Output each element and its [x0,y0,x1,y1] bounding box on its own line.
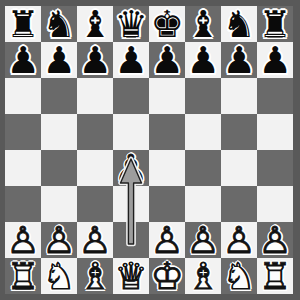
square-e4[interactable] [149,150,185,186]
piece-black-bishop[interactable]: ♝ [185,6,221,42]
piece-white-pawn[interactable]: ♟♙ [5,222,41,258]
black-piece-glyph: ♟ [77,42,113,78]
black-piece-glyph: ♞ [221,6,257,42]
white-piece-line-glyph: ♙ [149,222,185,258]
black-piece-glyph: ♛ [113,6,149,42]
square-h2[interactable]: ♟♙ [257,222,293,258]
piece-black-knight[interactable]: ♞ [221,6,257,42]
square-a5[interactable] [5,114,41,150]
square-a7[interactable]: ♟ [5,42,41,78]
piece-white-pawn[interactable]: ♟♙ [149,222,185,258]
square-c2[interactable]: ♟♙ [77,222,113,258]
square-a2[interactable]: ♟♙ [5,222,41,258]
square-f8[interactable]: ♝ [185,6,221,42]
piece-black-pawn[interactable]: ♟ [5,42,41,78]
square-g3[interactable] [221,186,257,222]
square-g2[interactable]: ♟♙ [221,222,257,258]
square-f6[interactable] [185,78,221,114]
square-c4[interactable] [77,150,113,186]
square-b8[interactable]: ♞ [41,6,77,42]
square-h8[interactable]: ♜ [257,6,293,42]
square-c1[interactable]: ♝♗ [77,258,113,294]
white-piece-line-glyph: ♘ [41,258,77,294]
square-d1[interactable]: ♛♕ [113,258,149,294]
square-b2[interactable]: ♟♙ [41,222,77,258]
black-piece-glyph: ♟ [257,42,293,78]
square-h6[interactable] [257,78,293,114]
piece-white-pawn[interactable]: ♟♙ [41,222,77,258]
white-piece-line-glyph: ♖ [5,258,41,294]
black-piece-glyph: ♟ [113,42,149,78]
piece-white-rook[interactable]: ♜♖ [257,258,293,294]
piece-black-pawn[interactable]: ♟ [41,42,77,78]
square-d6[interactable] [113,78,149,114]
black-piece-glyph: ♟ [185,42,221,78]
black-piece-glyph: ♟ [221,42,257,78]
piece-black-pawn[interactable]: ♟ [149,42,185,78]
square-d7[interactable]: ♟ [113,42,149,78]
white-piece-line-glyph: ♔ [149,258,185,294]
piece-white-knight[interactable]: ♞♘ [221,258,257,294]
piece-white-queen[interactable]: ♛♕ [113,258,149,294]
white-piece-line-glyph: ♙ [113,150,149,186]
square-f2[interactable]: ♟♙ [185,222,221,258]
square-e1[interactable]: ♚♔ [149,258,185,294]
square-e3[interactable] [149,186,185,222]
piece-white-knight[interactable]: ♞♘ [41,258,77,294]
app-background: ♜♞♝♛♚♝♞♜♟♟♟♟♟♟♟♟♟♙♟♙♟♙♟♙♟♙♟♙♟♙♟♙♜♖♞♘♝♗♛♕… [0,0,300,300]
white-piece-line-glyph: ♙ [5,222,41,258]
piece-white-king[interactable]: ♚♔ [149,258,185,294]
square-g1[interactable]: ♞♘ [221,258,257,294]
black-piece-glyph: ♟ [149,42,185,78]
piece-black-pawn[interactable]: ♟ [77,42,113,78]
piece-black-bishop[interactable]: ♝ [77,6,113,42]
piece-white-pawn[interactable]: ♟♙ [113,150,149,186]
black-piece-glyph: ♜ [257,6,293,42]
white-piece-line-glyph: ♙ [41,222,77,258]
square-e8[interactable]: ♚ [149,6,185,42]
piece-black-pawn[interactable]: ♟ [257,42,293,78]
square-b7[interactable]: ♟ [41,42,77,78]
white-piece-line-glyph: ♗ [77,258,113,294]
white-piece-line-glyph: ♙ [257,222,293,258]
square-g7[interactable]: ♟ [221,42,257,78]
square-a6[interactable] [5,78,41,114]
piece-black-king[interactable]: ♚ [149,6,185,42]
black-piece-glyph: ♜ [5,6,41,42]
piece-white-pawn[interactable]: ♟♙ [77,222,113,258]
square-a3[interactable] [5,186,41,222]
piece-black-pawn[interactable]: ♟ [113,42,149,78]
black-piece-glyph: ♚ [149,6,185,42]
square-d2[interactable] [113,222,149,258]
square-e2[interactable]: ♟♙ [149,222,185,258]
piece-black-knight[interactable]: ♞ [41,6,77,42]
square-e5[interactable] [149,114,185,150]
square-b1[interactable]: ♞♘ [41,258,77,294]
piece-black-pawn[interactable]: ♟ [221,42,257,78]
square-d5[interactable] [113,114,149,150]
square-e7[interactable]: ♟ [149,42,185,78]
square-b4[interactable] [41,150,77,186]
square-g4[interactable] [221,150,257,186]
square-e6[interactable] [149,78,185,114]
square-a1[interactable]: ♜♖ [5,258,41,294]
square-a4[interactable] [5,150,41,186]
piece-white-pawn[interactable]: ♟♙ [257,222,293,258]
square-f5[interactable] [185,114,221,150]
piece-black-queen[interactable]: ♛ [113,6,149,42]
piece-white-bishop[interactable]: ♝♗ [77,258,113,294]
square-b3[interactable] [41,186,77,222]
square-f3[interactable] [185,186,221,222]
black-piece-glyph: ♟ [5,42,41,78]
black-piece-glyph: ♟ [41,42,77,78]
square-b5[interactable] [41,114,77,150]
square-g8[interactable]: ♞ [221,6,257,42]
square-h4[interactable] [257,150,293,186]
square-g5[interactable] [221,114,257,150]
piece-black-rook[interactable]: ♜ [5,6,41,42]
square-d3[interactable] [113,186,149,222]
square-f7[interactable]: ♟ [185,42,221,78]
black-piece-glyph: ♝ [185,6,221,42]
white-piece-line-glyph: ♙ [221,222,257,258]
white-piece-line-glyph: ♕ [113,258,149,294]
square-c5[interactable] [77,114,113,150]
square-h7[interactable]: ♟ [257,42,293,78]
square-f1[interactable]: ♝♗ [185,258,221,294]
square-f4[interactable] [185,150,221,186]
square-a8[interactable]: ♜ [5,6,41,42]
piece-white-pawn[interactable]: ♟♙ [185,222,221,258]
square-h5[interactable] [257,114,293,150]
square-b6[interactable] [41,78,77,114]
white-piece-line-glyph: ♗ [185,258,221,294]
piece-black-rook[interactable]: ♜ [257,6,293,42]
piece-white-bishop[interactable]: ♝♗ [185,258,221,294]
square-g6[interactable] [221,78,257,114]
square-c6[interactable] [77,78,113,114]
piece-white-rook[interactable]: ♜♖ [5,258,41,294]
white-piece-line-glyph: ♖ [257,258,293,294]
square-c3[interactable] [77,186,113,222]
white-piece-line-glyph: ♙ [77,222,113,258]
square-h1[interactable]: ♜♖ [257,258,293,294]
square-h3[interactable] [257,186,293,222]
square-c7[interactable]: ♟ [77,42,113,78]
square-d4[interactable]: ♟♙ [113,150,149,186]
white-piece-line-glyph: ♙ [185,222,221,258]
piece-black-pawn[interactable]: ♟ [185,42,221,78]
black-piece-glyph: ♞ [41,6,77,42]
black-piece-glyph: ♝ [77,6,113,42]
square-c8[interactable]: ♝ [77,6,113,42]
chess-board: ♜♞♝♛♚♝♞♜♟♟♟♟♟♟♟♟♟♙♟♙♟♙♟♙♟♙♟♙♟♙♟♙♜♖♞♘♝♗♛♕… [5,6,293,294]
piece-white-pawn[interactable]: ♟♙ [221,222,257,258]
white-piece-line-glyph: ♘ [221,258,257,294]
square-d8[interactable]: ♛ [113,6,149,42]
